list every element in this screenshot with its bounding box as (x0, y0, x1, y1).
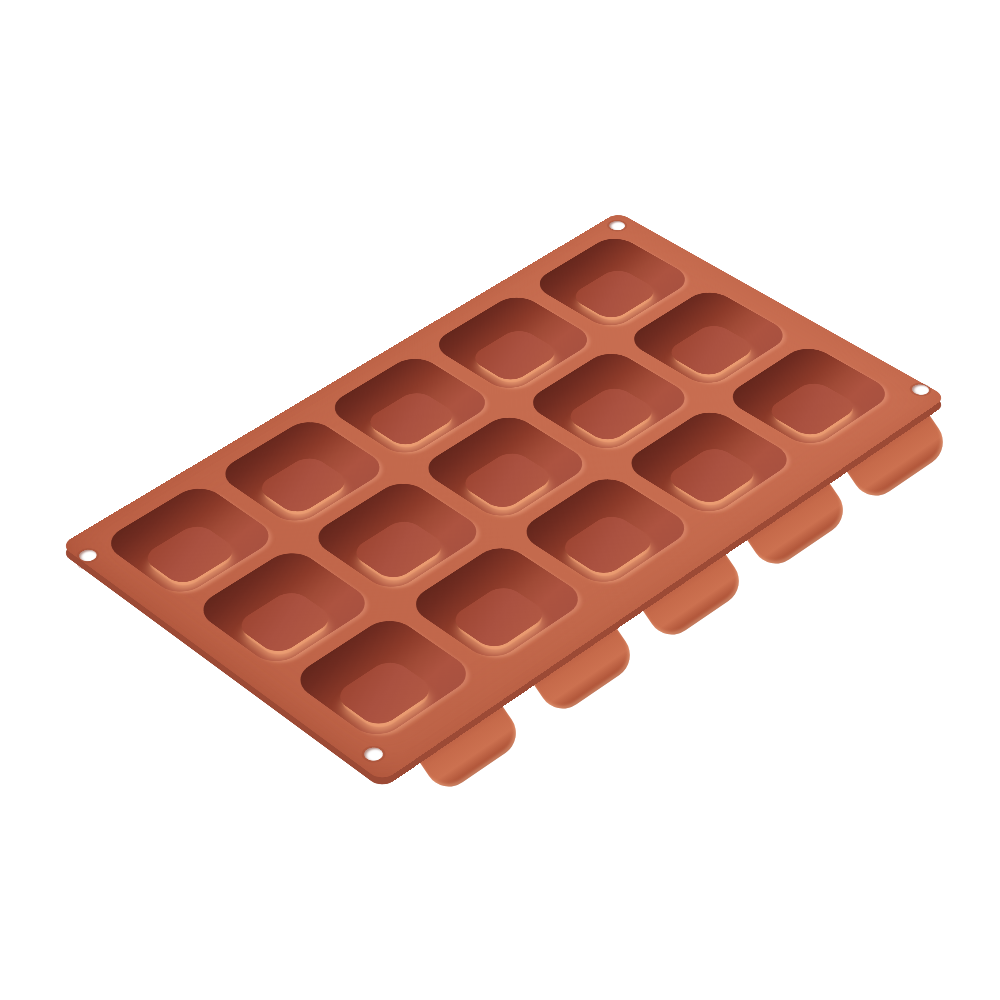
cavity-floor (663, 444, 762, 507)
cavity-floor (468, 326, 562, 384)
cavity-floor (569, 266, 661, 321)
silicone-mould (0, 0, 1000, 1000)
cavity-floor (348, 517, 449, 583)
cavity-floor (458, 449, 557, 512)
hanging-hole (360, 745, 386, 763)
mould-top-sheet (60, 212, 947, 782)
hanging-hole (76, 547, 100, 563)
cavity-floor (363, 389, 459, 449)
cavity-floor (140, 522, 241, 588)
cavity-floor (254, 454, 352, 517)
cavity-floor (332, 657, 438, 729)
hanging-hole (606, 219, 628, 232)
cavity-floor (563, 384, 659, 444)
cavity-floor (447, 583, 550, 652)
cavity-floor (664, 321, 758, 379)
cavity-floor (764, 379, 861, 439)
cavity-floor (557, 512, 658, 578)
cavity-floor (233, 588, 336, 657)
product-photo (0, 0, 1000, 1000)
hanging-hole (909, 382, 933, 397)
